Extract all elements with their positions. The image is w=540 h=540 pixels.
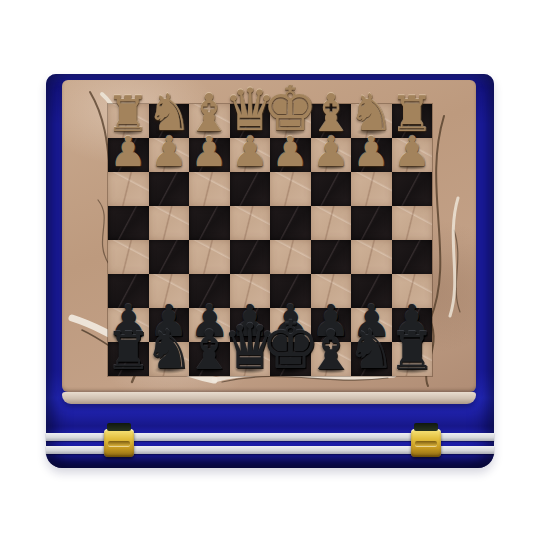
square-r7c3: ♟	[189, 308, 230, 342]
square-r8c7: ♞	[351, 342, 392, 376]
tan-queen: ♛	[224, 85, 276, 137]
tan-pawn: ♟	[191, 134, 228, 171]
tan-pawn: ♟	[393, 134, 430, 171]
square-r1c3: ♝	[189, 104, 230, 138]
square-r5c3	[189, 240, 230, 274]
square-r8c5: ♚	[270, 342, 311, 376]
square-r2c3: ♟	[189, 138, 230, 172]
square-r6c1	[108, 274, 149, 308]
square-r2c2: ♟	[149, 138, 190, 172]
square-r5c8	[392, 240, 433, 274]
square-r1c7: ♞	[351, 104, 392, 138]
square-r3c4	[230, 172, 271, 206]
square-r6c2	[149, 274, 190, 308]
clasp-right	[411, 429, 441, 457]
black-pawn: ♟	[109, 301, 148, 341]
square-r7c8: ♟	[392, 308, 433, 342]
square-r3c6	[311, 172, 352, 206]
square-r3c7	[351, 172, 392, 206]
square-r8c3: ♝	[189, 342, 230, 376]
square-r1c2: ♞	[149, 104, 190, 138]
chess-board-grid: ♜♞♝♛♚♝♞♜♟♟♟♟♟♟♟♟♟♟♟♟♟♟♟♟♜♞♝♛♚♝♞♜	[108, 104, 432, 376]
tan-rook: ♜	[106, 93, 150, 137]
square-r4c6	[311, 206, 352, 240]
square-r3c5	[270, 172, 311, 206]
square-r1c8: ♜	[392, 104, 433, 138]
marble-board-slab: ♜♞♝♛♚♝♞♜♟♟♟♟♟♟♟♟♟♟♟♟♟♟♟♟♜♞♝♛♚♝♞♜	[62, 80, 476, 392]
square-r3c2	[149, 172, 190, 206]
tan-pawn: ♟	[231, 134, 268, 171]
square-r6c5	[270, 274, 311, 308]
square-r2c4: ♟	[230, 138, 271, 172]
square-r5c1	[108, 240, 149, 274]
square-r6c3	[189, 274, 230, 308]
square-r7c7: ♟	[351, 308, 392, 342]
tan-pawn: ♟	[110, 134, 147, 171]
square-r3c8	[392, 172, 433, 206]
square-r8c6: ♝	[311, 342, 352, 376]
square-r5c7	[351, 240, 392, 274]
square-r7c4: ♟	[230, 308, 271, 342]
square-r2c5: ♟	[270, 138, 311, 172]
square-r4c3	[189, 206, 230, 240]
square-r7c1: ♟	[108, 308, 149, 342]
square-r2c7: ♟	[351, 138, 392, 172]
tan-knight: ♞	[348, 91, 394, 137]
tan-knight: ♞	[146, 91, 192, 137]
black-pawn: ♟	[271, 301, 310, 341]
black-pawn: ♟	[352, 301, 391, 341]
square-r4c4	[230, 206, 271, 240]
tan-pawn: ♟	[312, 134, 349, 171]
square-r8c1: ♜	[108, 342, 149, 376]
square-r3c3	[189, 172, 230, 206]
product-photo: ♜♞♝♛♚♝♞♜♟♟♟♟♟♟♟♟♟♟♟♟♟♟♟♟♜♞♝♛♚♝♞♜	[0, 0, 540, 540]
tan-bishop: ♝	[308, 90, 354, 137]
square-r5c6	[311, 240, 352, 274]
black-pawn: ♟	[149, 301, 188, 341]
square-r4c1	[108, 206, 149, 240]
square-r6c6	[311, 274, 352, 308]
black-pawn: ♟	[392, 301, 431, 341]
square-r8c4: ♛	[230, 342, 271, 376]
square-r6c7	[351, 274, 392, 308]
black-pawn: ♟	[311, 301, 350, 341]
square-r1c6: ♝	[311, 104, 352, 138]
black-pawn: ♟	[230, 301, 269, 341]
tan-pawn: ♟	[353, 134, 390, 171]
square-r2c6: ♟	[311, 138, 352, 172]
square-r5c2	[149, 240, 190, 274]
square-r1c5: ♚	[270, 104, 311, 138]
square-r4c8	[392, 206, 433, 240]
tan-pawn: ♟	[150, 134, 187, 171]
square-r5c5	[270, 240, 311, 274]
square-r7c2: ♟	[149, 308, 190, 342]
square-r8c2: ♞	[149, 342, 190, 376]
square-r6c4	[230, 274, 271, 308]
square-r8c8: ♜	[392, 342, 433, 376]
square-r1c4: ♛	[230, 104, 271, 138]
square-r2c8: ♟	[392, 138, 433, 172]
square-r7c6: ♟	[311, 308, 352, 342]
square-r7c5: ♟	[270, 308, 311, 342]
square-r2c1: ♟	[108, 138, 149, 172]
square-r4c7	[351, 206, 392, 240]
tan-pawn: ♟	[272, 134, 309, 171]
square-r6c8	[392, 274, 433, 308]
square-r4c2	[149, 206, 190, 240]
square-r4c5	[270, 206, 311, 240]
black-pawn: ♟	[190, 301, 229, 341]
square-r5c4	[230, 240, 271, 274]
square-r1c1: ♜	[108, 104, 149, 138]
slab-stone-edge	[62, 392, 476, 404]
tan-rook: ♜	[390, 93, 434, 137]
tan-bishop: ♝	[186, 90, 232, 137]
square-r3c1	[108, 172, 149, 206]
clasp-left	[104, 429, 134, 457]
